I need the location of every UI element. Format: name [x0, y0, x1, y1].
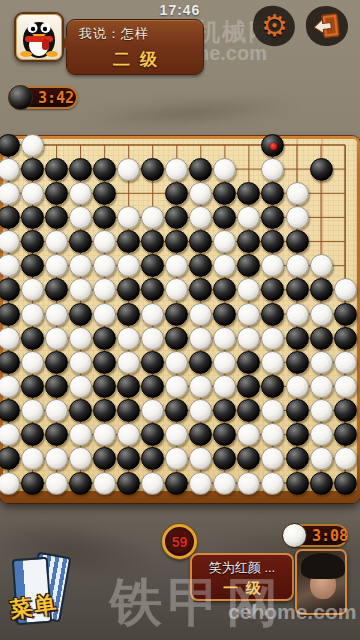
white-time-remaining: 3:08	[312, 527, 348, 545]
top-player-avatar[interactable]	[14, 12, 64, 62]
black-stone	[310, 158, 333, 181]
ink-brush-decoration	[79, 92, 300, 133]
bottom-player-level: 一级	[192, 579, 292, 598]
black-stone	[165, 182, 188, 205]
black-stone	[334, 399, 357, 422]
bottom-player-bubble[interactable]: 笑为红颜 ... 一级	[190, 553, 294, 601]
black-stone	[286, 472, 309, 495]
black-stone	[69, 158, 92, 181]
black-stone	[165, 472, 188, 495]
white-stone	[286, 182, 309, 205]
white-stone	[45, 472, 68, 495]
black-stone	[286, 278, 309, 301]
white-stone	[141, 303, 164, 326]
black-stone	[165, 327, 188, 350]
white-stone	[334, 447, 357, 470]
white-stone	[261, 327, 284, 350]
white-stone	[45, 303, 68, 326]
white-stone	[189, 472, 212, 495]
white-stone	[213, 472, 236, 495]
black-stone	[21, 472, 44, 495]
black-stone	[310, 327, 333, 350]
top-player-level: 二级	[67, 48, 203, 71]
white-stone	[213, 158, 236, 181]
white-stone	[69, 327, 92, 350]
black-stone	[286, 327, 309, 350]
white-stone	[237, 327, 260, 350]
qq-penguin-icon	[16, 14, 62, 60]
white-stone	[141, 472, 164, 495]
white-stone	[189, 327, 212, 350]
bottom-player-avatar[interactable]	[295, 549, 347, 615]
black-stone	[141, 351, 164, 374]
bottom-player-name: 笑为红颜 ...	[192, 559, 292, 577]
white-stone	[141, 206, 164, 229]
exit-door-icon	[312, 12, 343, 41]
white-stone	[117, 206, 140, 229]
black-stone	[69, 303, 92, 326]
black-stone	[334, 423, 357, 446]
black-stone	[261, 303, 284, 326]
black-stone	[213, 303, 236, 326]
white-stone	[286, 303, 309, 326]
black-stone	[21, 230, 44, 253]
white-stone	[261, 472, 284, 495]
black-stone	[21, 158, 44, 181]
black-stone	[286, 230, 309, 253]
white-stone	[310, 303, 333, 326]
black-stone	[261, 134, 284, 157]
white-stone	[117, 158, 140, 181]
black-stone	[189, 351, 212, 374]
black-stone	[310, 278, 333, 301]
move-count-badge: 59	[162, 524, 197, 559]
white-stone-icon	[282, 523, 307, 548]
black-stone	[117, 375, 140, 398]
black-stone	[45, 206, 68, 229]
white-stone	[310, 351, 333, 374]
white-stone	[334, 351, 357, 374]
black-stone	[45, 375, 68, 398]
black-stone	[334, 472, 357, 495]
menu-button[interactable]: 菜单	[6, 552, 82, 638]
white-stone	[21, 182, 44, 205]
white-stone	[69, 351, 92, 374]
white-stone	[21, 351, 44, 374]
white-stone	[93, 303, 116, 326]
move-count: 59	[172, 534, 188, 550]
white-stone	[165, 351, 188, 374]
black-stone	[0, 303, 20, 326]
black-stone	[286, 399, 309, 422]
white-stone	[141, 327, 164, 350]
white-stone	[237, 303, 260, 326]
white-stone	[334, 278, 357, 301]
white-stone	[237, 472, 260, 495]
white-stone	[310, 423, 333, 446]
black-time-remaining: 3:42	[38, 89, 74, 107]
white-stone	[93, 472, 116, 495]
black-stone	[334, 303, 357, 326]
black-stone	[141, 158, 164, 181]
white-stone	[261, 158, 284, 181]
black-stone	[334, 327, 357, 350]
white-stone	[69, 182, 92, 205]
black-stone	[189, 158, 212, 181]
white-stone	[69, 206, 92, 229]
black-stone	[69, 472, 92, 495]
white-stone	[189, 182, 212, 205]
black-stone	[69, 399, 92, 422]
black-stone	[0, 134, 20, 157]
last-move-marker	[270, 143, 277, 150]
white-stone	[69, 375, 92, 398]
board-frame	[0, 136, 360, 503]
black-stone	[310, 472, 333, 495]
white-stone	[45, 327, 68, 350]
black-stone	[286, 423, 309, 446]
white-stone	[286, 206, 309, 229]
white-stone	[21, 303, 44, 326]
white-timer: 3:08	[284, 524, 348, 547]
black-timer: 3:42	[10, 86, 78, 109]
black-stone	[21, 327, 44, 350]
black-stone	[21, 375, 44, 398]
gear-icon: ⚙	[261, 11, 288, 41]
black-stone	[93, 206, 116, 229]
white-stone	[286, 375, 309, 398]
game-screen: 铁甲工程机械网 che.come.com 17:46 我说：怎样 二级 ⚙ 3:…	[0, 0, 360, 640]
black-stone	[93, 351, 116, 374]
white-stone	[0, 327, 20, 350]
white-stone	[310, 254, 333, 277]
white-stone	[0, 472, 20, 495]
white-stone	[310, 375, 333, 398]
black-stone	[93, 327, 116, 350]
black-stone	[93, 375, 116, 398]
avatar-hair	[301, 553, 345, 579]
top-player-bubble[interactable]: 我说：怎样 二级	[66, 19, 204, 75]
white-stone	[0, 158, 20, 181]
white-stone	[45, 399, 68, 422]
top-player-speech: 我说：怎样	[67, 20, 203, 43]
white-stone	[117, 351, 140, 374]
black-stone	[21, 206, 44, 229]
white-stone	[310, 447, 333, 470]
white-stone	[21, 134, 44, 157]
white-stone	[165, 158, 188, 181]
black-stone	[286, 351, 309, 374]
black-stone	[141, 375, 164, 398]
black-stone	[286, 447, 309, 470]
white-stone	[310, 399, 333, 422]
white-stone	[213, 327, 236, 350]
white-stone	[189, 303, 212, 326]
white-stone	[117, 327, 140, 350]
white-stone	[21, 399, 44, 422]
black-stone	[45, 351, 68, 374]
black-stone	[93, 158, 116, 181]
white-stone	[286, 254, 309, 277]
black-stone	[45, 158, 68, 181]
black-stone	[93, 182, 116, 205]
black-stone	[45, 182, 68, 205]
black-stone	[117, 472, 140, 495]
white-stone	[334, 375, 357, 398]
board[interactable]	[3, 139, 357, 491]
black-stone	[117, 303, 140, 326]
black-stone-icon	[8, 85, 33, 110]
black-stone	[165, 303, 188, 326]
